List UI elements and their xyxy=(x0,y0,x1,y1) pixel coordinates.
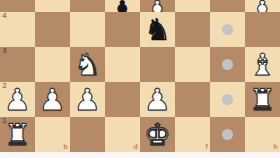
file-label-f: f xyxy=(205,144,208,151)
square-d4[interactable] xyxy=(105,12,140,47)
move-hint-dot-g4[interactable] xyxy=(222,24,233,35)
square-b1[interactable]: b xyxy=(35,117,70,152)
square-a2[interactable]: ♟2 xyxy=(0,82,35,117)
square-g3[interactable] xyxy=(210,47,245,82)
chess-board[interactable]: ♟♟♟4♞3♞♝♟2♟♟♟♜♜1abcd♚efgh xyxy=(0,0,280,152)
white-pawn-h5[interactable]: ♟ xyxy=(245,0,280,12)
square-e2[interactable]: ♟ xyxy=(140,82,175,117)
file-label-d: d xyxy=(133,144,138,151)
square-h5[interactable]: ♟ xyxy=(245,0,280,12)
white-knight-c3[interactable]: ♞ xyxy=(70,47,105,82)
rank-label-3: 3 xyxy=(2,47,7,56)
square-c3[interactable]: ♞ xyxy=(70,47,105,82)
square-d1[interactable]: d xyxy=(105,117,140,152)
square-a1[interactable]: ♜1a xyxy=(0,117,35,152)
black-knight-e4[interactable]: ♞ xyxy=(140,12,175,47)
square-a3[interactable]: 3 xyxy=(0,47,35,82)
white-pawn-e2[interactable]: ♟ xyxy=(140,82,175,117)
square-e3[interactable] xyxy=(140,47,175,82)
square-b2[interactable]: ♟ xyxy=(35,82,70,117)
square-h3[interactable]: ♝ xyxy=(245,47,280,82)
white-pawn-e5[interactable]: ♟ xyxy=(140,0,175,12)
square-c1[interactable]: c xyxy=(70,117,105,152)
file-label-a: a xyxy=(29,144,33,151)
square-f2[interactable] xyxy=(175,82,210,117)
square-e5[interactable]: ♟ xyxy=(140,0,175,12)
rank-label-4: 4 xyxy=(2,12,7,21)
square-g1[interactable]: g xyxy=(210,117,245,152)
square-d2[interactable] xyxy=(105,82,140,117)
square-b4[interactable] xyxy=(35,12,70,47)
square-e4[interactable]: ♞ xyxy=(140,12,175,47)
white-bishop-h3[interactable]: ♝ xyxy=(245,47,280,82)
white-pawn-b2[interactable]: ♟ xyxy=(35,82,70,117)
white-rook-h2[interactable]: ♜ xyxy=(245,82,280,117)
square-h4[interactable] xyxy=(245,12,280,47)
square-g4[interactable] xyxy=(210,12,245,47)
square-f3[interactable] xyxy=(175,47,210,82)
file-label-b: b xyxy=(63,144,68,151)
square-f4[interactable] xyxy=(175,12,210,47)
square-c4[interactable] xyxy=(70,12,105,47)
square-b5[interactable] xyxy=(35,0,70,12)
square-g2[interactable] xyxy=(210,82,245,117)
move-hint-dot-g1[interactable] xyxy=(222,129,233,140)
square-c2[interactable]: ♟ xyxy=(70,82,105,117)
file-label-e: e xyxy=(169,144,173,151)
square-h1[interactable]: h xyxy=(245,117,280,152)
black-pawn-d5[interactable]: ♟ xyxy=(105,0,140,12)
file-label-h: h xyxy=(273,144,278,151)
file-label-c: c xyxy=(99,144,103,151)
square-f1[interactable]: f xyxy=(175,117,210,152)
rank-label-1: 1 xyxy=(2,117,7,126)
square-e1[interactable]: ♚e xyxy=(140,117,175,152)
square-a4[interactable]: 4 xyxy=(0,12,35,47)
white-pawn-c2[interactable]: ♟ xyxy=(70,82,105,117)
file-label-g: g xyxy=(238,144,243,151)
square-f5[interactable] xyxy=(175,0,210,12)
move-hint-dot-g2[interactable] xyxy=(222,94,233,105)
square-d5[interactable]: ♟ xyxy=(105,0,140,12)
square-a5[interactable] xyxy=(0,0,35,12)
square-c5[interactable] xyxy=(70,0,105,12)
square-b3[interactable] xyxy=(35,47,70,82)
rank-label-2: 2 xyxy=(2,82,7,91)
chess-app-screen: ♟♟♟4♞3♞♝♟2♟♟♟♜♜1abcd♚efgh xyxy=(0,0,280,158)
square-g5[interactable] xyxy=(210,0,245,12)
square-d3[interactable] xyxy=(105,47,140,82)
player-bar xyxy=(0,152,280,158)
square-h2[interactable]: ♜ xyxy=(245,82,280,117)
move-hint-dot-g3[interactable] xyxy=(222,59,233,70)
